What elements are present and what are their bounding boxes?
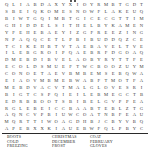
grid-cell-r8c5[interactable]: G — [31, 50, 38, 57]
grid-cell-r1c5[interactable]: B — [31, 2, 38, 9]
grid-cell-r15c17[interactable]: P — [117, 99, 124, 106]
grid-cell-r8c8[interactable]: I — [53, 50, 60, 57]
grid-cell-r7c17[interactable]: L — [117, 43, 124, 50]
grid-cell-r3c3[interactable]: W — [17, 16, 24, 23]
grid-cell-r10c7[interactable]: M — [46, 64, 53, 71]
grid-cell-r17c10[interactable]: W — [67, 112, 74, 119]
grid-cell-r10c2[interactable]: C — [10, 64, 17, 71]
grid-cell-r11c8[interactable]: E — [53, 71, 60, 78]
grid-cell-r5c3[interactable]: E — [17, 30, 24, 37]
grid-cell-r15c7[interactable]: O — [46, 99, 53, 106]
grid-cell-r8c13[interactable]: B — [88, 50, 95, 57]
grid-cell-r12c10[interactable]: B — [67, 78, 74, 85]
grid-cell-r19c3[interactable]: E — [17, 126, 24, 133]
grid-cell-r5c6[interactable]: B — [38, 30, 45, 37]
grid-cell-r18c5[interactable]: T — [31, 119, 38, 126]
grid-cell-r16c1[interactable]: R — [3, 105, 10, 112]
grid-cell-r12c3[interactable]: A — [17, 78, 24, 85]
grid-cell-r17c9[interactable]: U — [60, 112, 67, 119]
grid-cell-r18c9[interactable]: A — [60, 119, 67, 126]
grid-cell-r2c9[interactable]: E — [60, 9, 67, 16]
grid-cell-r8c10[interactable]: Q — [67, 50, 74, 57]
grid-cell-r3c12[interactable]: I — [81, 16, 88, 23]
grid-cell-r16c10[interactable]: B — [67, 105, 74, 112]
grid-cell-r13c4[interactable]: D — [24, 85, 31, 92]
grid-cell-r11c11[interactable]: M — [74, 71, 81, 78]
grid-cell-r17c11[interactable]: C — [74, 112, 81, 119]
grid-cell-r2c19[interactable]: U — [131, 9, 138, 16]
grid-cell-r16c7[interactable]: I — [46, 105, 53, 112]
grid-cell-r3c19[interactable]: I — [131, 16, 138, 23]
grid-cell-r15c9[interactable]: S — [60, 99, 67, 106]
grid-cell-r4c14[interactable]: B — [95, 23, 102, 30]
grid-cell-r12c8[interactable]: M — [53, 78, 60, 85]
grid-cell-r9c2[interactable]: M — [10, 57, 17, 64]
grid-cell-r17c14[interactable]: T — [95, 112, 102, 119]
grid-cell-r4c19[interactable]: E — [131, 23, 138, 30]
grid-cell-r18c14[interactable]: J — [95, 119, 102, 126]
grid-cell-r12c1[interactable]: E — [3, 78, 10, 85]
grid-cell-r1c8[interactable]: X — [53, 2, 60, 9]
grid-cell-r5c13[interactable]: F — [88, 30, 95, 37]
grid-cell-r7c3[interactable]: I — [17, 43, 24, 50]
grid-cell-r9c5[interactable]: D — [31, 57, 38, 64]
grid-cell-r17c7[interactable]: B — [46, 112, 53, 119]
grid-cell-r1c9[interactable]: Y — [60, 2, 67, 9]
grid-cell-r12c13[interactable]: B — [88, 78, 95, 85]
grid-cell-r2c7[interactable]: O — [46, 9, 53, 16]
grid-cell-r9c12[interactable]: O — [81, 57, 88, 64]
grid-cell-r3c4[interactable]: T — [24, 16, 31, 23]
grid-cell-r19c5[interactable]: X — [31, 126, 38, 133]
grid-cell-r3c2[interactable]: I — [10, 16, 17, 23]
grid-cell-r18c13[interactable]: B — [88, 119, 95, 126]
grid-cell-r8c15[interactable]: F — [102, 50, 109, 57]
grid-cell-r7c2[interactable]: C — [10, 43, 17, 50]
grid-cell-r5c16[interactable]: E — [109, 30, 116, 37]
grid-cell-r13c10[interactable]: M — [67, 85, 74, 92]
grid-cell-r16c16[interactable]: B — [109, 105, 116, 112]
grid-cell-r11c18[interactable]: Q — [124, 71, 131, 78]
grid-cell-r6c18[interactable]: Z — [124, 36, 131, 43]
grid-cell-r2c4[interactable]: I — [24, 9, 31, 16]
grid-cell-r6c7[interactable]: E — [46, 36, 53, 43]
grid-cell-r5c18[interactable]: I — [124, 30, 131, 37]
grid-cell-r6c17[interactable]: Q — [117, 36, 124, 43]
grid-cell-r2c10[interactable]: S — [67, 9, 74, 16]
grid-cell-r9c7[interactable]: B — [46, 57, 53, 64]
grid-cell-r9c3[interactable]: E — [17, 57, 24, 64]
grid-cell-r12c15[interactable]: T — [102, 78, 109, 85]
grid-cell-r6c1[interactable]: N — [3, 36, 10, 43]
grid-cell-r12c20[interactable]: A — [138, 78, 145, 85]
grid-cell-r16c14[interactable]: T — [95, 105, 102, 112]
grid-cell-r19c9[interactable]: A — [60, 126, 67, 133]
grid-cell-r12c16[interactable]: M — [109, 78, 116, 85]
grid-cell-r16c6[interactable]: E — [38, 105, 45, 112]
grid-cell-r12c9[interactable]: E — [60, 78, 67, 85]
grid-cell-r12c2[interactable]: I — [10, 78, 17, 85]
grid-cell-r17c4[interactable]: C — [24, 112, 31, 119]
grid-cell-r9c1[interactable]: D — [3, 57, 10, 64]
grid-cell-r19c11[interactable]: E — [74, 126, 81, 133]
grid-cell-r19c8[interactable]: I — [53, 126, 60, 133]
grid-cell-r3c7[interactable]: I — [46, 16, 53, 23]
grid-cell-r9c18[interactable]: T — [124, 57, 131, 64]
grid-cell-r3c13[interactable]: C — [88, 16, 95, 23]
grid-cell-r14c6[interactable]: S — [38, 92, 45, 99]
grid-cell-r12c12[interactable]: A — [81, 78, 88, 85]
grid-cell-r1c16[interactable]: B — [109, 2, 116, 9]
grid-cell-r12c6[interactable]: M — [38, 78, 45, 85]
grid-cell-r9c13[interactable]: B — [88, 57, 95, 64]
grid-cell-r19c15[interactable]: Q — [102, 126, 109, 133]
grid-cell-r7c13[interactable]: B — [88, 43, 95, 50]
grid-cell-r14c19[interactable]: T — [131, 92, 138, 99]
grid-cell-r4c20[interactable]: N — [138, 23, 145, 30]
grid-cell-r14c18[interactable]: C — [124, 92, 131, 99]
grid-cell-r13c20[interactable]: I — [138, 85, 145, 92]
grid-cell-r3c15[interactable]: C — [102, 16, 109, 23]
grid-cell-r7c6[interactable]: H — [38, 43, 45, 50]
grid-cell-r19c19[interactable]: Y — [131, 126, 138, 133]
grid-cell-r14c13[interactable]: E — [88, 92, 95, 99]
grid-cell-r14c9[interactable]: I — [60, 92, 67, 99]
grid-cell-r18c15[interactable]: C — [102, 119, 109, 126]
grid-cell-r18c20[interactable]: Q — [138, 119, 145, 126]
grid-cell-r11c1[interactable]: C — [3, 71, 10, 78]
grid-cell-r1c12[interactable]: O — [81, 2, 88, 9]
grid-cell-r5c15[interactable]: E — [102, 30, 109, 37]
grid-cell-r5c12[interactable]: G — [81, 30, 88, 37]
grid-cell-r7c14[interactable]: A — [95, 43, 102, 50]
grid-cell-r15c10[interactable]: B — [67, 99, 74, 106]
grid-cell-r13c11[interactable]: A — [74, 85, 81, 92]
grid-cell-r6c19[interactable]: C — [131, 36, 138, 43]
grid-cell-r1c6[interactable]: D — [38, 2, 45, 9]
grid-cell-r13c7[interactable]: C — [46, 85, 53, 92]
grid-cell-r3c6[interactable]: Q — [38, 16, 45, 23]
grid-cell-r7c18[interactable]: T — [124, 43, 131, 50]
grid-cell-r19c16[interactable]: L — [109, 126, 116, 133]
grid-cell-r3c1[interactable]: B — [3, 16, 10, 23]
grid-cell-r8c12[interactable]: E — [81, 50, 88, 57]
grid-cell-r8c20[interactable]: Q — [138, 50, 145, 57]
grid-cell-r10c18[interactable]: U — [124, 64, 131, 71]
grid-cell-r4c18[interactable]: M — [124, 23, 131, 30]
grid-cell-r12c19[interactable]: F — [131, 78, 138, 85]
grid-cell-r17c15[interactable]: N — [102, 112, 109, 119]
grid-cell-r10c17[interactable]: Z — [117, 64, 124, 71]
grid-cell-r16c4[interactable]: E — [24, 105, 31, 112]
grid-cell-r3c14[interactable]: E — [95, 16, 102, 23]
grid-cell-r19c12[interactable]: B — [81, 126, 88, 133]
grid-cell-r18c10[interactable]: G — [67, 119, 74, 126]
grid-cell-r13c18[interactable]: S — [124, 85, 131, 92]
grid-cell-r6c12[interactable]: I — [81, 36, 88, 43]
grid-cell-r11c19[interactable]: W — [131, 71, 138, 78]
grid-cell-r1c15[interactable]: M — [102, 2, 109, 9]
grid-cell-r8c1[interactable]: I — [3, 50, 10, 57]
grid-cell-r6c9[interactable]: L — [60, 36, 67, 43]
grid-cell-r5c19[interactable]: N — [131, 30, 138, 37]
grid-cell-r4c4[interactable]: D — [24, 23, 31, 30]
grid-cell-r12c7[interactable]: B — [46, 78, 53, 85]
grid-cell-r8c9[interactable]: P — [60, 50, 67, 57]
grid-cell-r6c15[interactable]: D — [102, 36, 109, 43]
grid-cell-r18c4[interactable]: T — [24, 119, 31, 126]
grid-cell-r7c15[interactable]: V — [102, 43, 109, 50]
grid-cell-r11c14[interactable]: M — [95, 71, 102, 78]
grid-cell-r3c10[interactable]: T — [67, 16, 74, 23]
grid-cell-r10c11[interactable]: T — [74, 64, 81, 71]
grid-cell-r16c5[interactable]: B — [31, 105, 38, 112]
grid-cell-r4c2[interactable]: H — [10, 23, 17, 30]
grid-cell-r8c6[interactable]: R — [38, 50, 45, 57]
grid-cell-r5c11[interactable]: Z — [74, 30, 81, 37]
grid-cell-r17c3[interactable]: N — [17, 112, 24, 119]
grid-cell-r9c20[interactable]: E — [138, 57, 145, 64]
grid-cell-r12c18[interactable]: T — [124, 78, 131, 85]
grid-cell-r14c17[interactable]: G — [117, 92, 124, 99]
grid-cell-r2c17[interactable]: K — [117, 9, 124, 16]
grid-cell-r10c4[interactable]: L — [24, 64, 31, 71]
grid-cell-r18c7[interactable]: W — [46, 119, 53, 126]
grid-cell-r14c10[interactable]: E — [67, 92, 74, 99]
grid-cell-r19c17[interactable]: P — [117, 126, 124, 133]
grid-cell-r14c15[interactable]: M — [102, 92, 109, 99]
grid-cell-r6c13[interactable]: B — [88, 36, 95, 43]
grid-cell-r6c11[interactable]: B — [74, 36, 81, 43]
grid-cell-r9c9[interactable]: E — [60, 57, 67, 64]
grid-cell-r12c11[interactable]: W — [74, 78, 81, 85]
grid-cell-r11c6[interactable]: T — [38, 71, 45, 78]
grid-cell-r15c16[interactable]: V — [109, 99, 116, 106]
grid-cell-r1c14[interactable]: R — [95, 2, 102, 9]
grid-cell-r8c4[interactable]: B — [24, 50, 31, 57]
grid-cell-r6c10[interactable]: P — [67, 36, 74, 43]
grid-cell-r10c1[interactable]: E — [3, 64, 10, 71]
grid-cell-r11c17[interactable]: B — [117, 71, 124, 78]
grid-cell-r9c4[interactable]: B — [24, 57, 31, 64]
grid-cell-r9c10[interactable]: L — [67, 57, 74, 64]
grid-cell-r4c6[interactable]: E — [38, 23, 45, 30]
grid-cell-r4c5[interactable]: D — [31, 23, 38, 30]
grid-cell-r13c12[interactable]: L — [81, 85, 88, 92]
grid-cell-r7c9[interactable]: V — [60, 43, 67, 50]
grid-cell-r9c8[interactable]: V — [53, 57, 60, 64]
grid-cell-r5c8[interactable]: E — [53, 30, 60, 37]
grid-cell-r6c2[interactable]: P — [10, 36, 17, 43]
grid-cell-r6c20[interactable]: E — [138, 36, 145, 43]
grid-cell-r18c2[interactable]: Q — [10, 119, 17, 126]
grid-cell-r3c20[interactable]: M — [138, 16, 145, 23]
grid-cell-r4c1[interactable]: G — [3, 23, 10, 30]
grid-cell-r13c19[interactable]: R — [131, 85, 138, 92]
grid-cell-r1c11[interactable]: I — [74, 2, 81, 9]
grid-cell-r14c3[interactable]: G — [17, 92, 24, 99]
grid-cell-r11c20[interactable]: A — [138, 71, 145, 78]
grid-cell-r18c1[interactable]: M — [3, 119, 10, 126]
grid-cell-r19c6[interactable]: X — [38, 126, 45, 133]
grid-cell-r5c4[interactable]: H — [24, 30, 31, 37]
grid-cell-r10c13[interactable]: C — [88, 64, 95, 71]
grid-cell-r7c12[interactable]: E — [81, 43, 88, 50]
grid-cell-r15c3[interactable]: R — [17, 99, 24, 106]
grid-cell-r18c8[interactable]: O — [53, 119, 60, 126]
grid-cell-r7c8[interactable]: T — [53, 43, 60, 50]
grid-cell-r19c4[interactable]: B — [24, 126, 31, 133]
grid-cell-r2c2[interactable]: B — [10, 9, 17, 16]
grid-cell-r15c11[interactable]: I — [74, 99, 81, 106]
grid-cell-r15c1[interactable]: E — [3, 99, 10, 106]
grid-cell-r13c15[interactable]: O — [102, 85, 109, 92]
grid-cell-r10c15[interactable]: O — [102, 64, 109, 71]
grid-cell-r9c17[interactable]: T — [117, 57, 124, 64]
grid-cell-r2c3[interactable]: E — [17, 9, 24, 16]
grid-cell-r7c4[interactable]: K — [24, 43, 31, 50]
grid-cell-r7c20[interactable]: E — [138, 43, 145, 50]
grid-cell-r14c2[interactable]: I — [10, 92, 17, 99]
grid-cell-r9c15[interactable]: R — [102, 57, 109, 64]
grid-cell-r7c5[interactable]: E — [31, 43, 38, 50]
grid-cell-r10c19[interactable]: Y — [131, 64, 138, 71]
grid-cell-r16c17[interactable]: L — [117, 105, 124, 112]
grid-cell-r11c15[interactable]: S — [102, 71, 109, 78]
grid-cell-r3c5[interactable]: G — [31, 16, 38, 23]
grid-cell-r8c14[interactable]: R — [95, 50, 102, 57]
grid-cell-r13c2[interactable]: E — [10, 85, 17, 92]
grid-cell-r1c18[interactable]: G — [124, 2, 131, 9]
grid-cell-r15c20[interactable]: A — [138, 99, 145, 106]
grid-cell-r16c13[interactable]: B — [88, 105, 95, 112]
grid-cell-r16c12[interactable]: A — [81, 105, 88, 112]
grid-cell-r18c11[interactable]: D — [74, 119, 81, 126]
grid-cell-r13c8[interactable]: V — [53, 85, 60, 92]
grid-cell-r17c16[interactable]: B — [109, 112, 116, 119]
grid-cell-r15c13[interactable]: E — [88, 99, 95, 106]
grid-cell-r6c14[interactable]: U — [95, 36, 102, 43]
grid-cell-r17c17[interactable]: F — [117, 112, 124, 119]
grid-cell-r19c2[interactable]: P — [10, 126, 17, 133]
grid-cell-r8c7[interactable]: O — [46, 50, 53, 57]
grid-cell-r14c16[interactable]: E — [109, 92, 116, 99]
grid-cell-r16c2[interactable]: G — [10, 105, 17, 112]
grid-cell-r3c18[interactable]: T — [124, 16, 131, 23]
grid-cell-r10c5[interactable]: D — [31, 64, 38, 71]
grid-cell-r9c6[interactable]: I — [38, 57, 45, 64]
grid-cell-r11c16[interactable]: E — [109, 71, 116, 78]
grid-cell-r15c18[interactable]: P — [124, 99, 131, 106]
grid-cell-r4c17[interactable]: A — [117, 23, 124, 30]
grid-cell-r5c10[interactable]: I — [67, 30, 74, 37]
grid-cell-r2c11[interactable]: N — [74, 9, 81, 16]
grid-cell-r15c8[interactable]: T — [53, 99, 60, 106]
grid-cell-r12c14[interactable]: F — [95, 78, 102, 85]
grid-cell-r6c16[interactable]: D — [109, 36, 116, 43]
grid-cell-r8c2[interactable]: L — [10, 50, 17, 57]
grid-cell-r12c4[interactable]: O — [24, 78, 31, 85]
grid-cell-r13c5[interactable]: V — [31, 85, 38, 92]
grid-cell-r10c16[interactable]: O — [109, 64, 116, 71]
grid-cell-r15c12[interactable]: B — [81, 99, 88, 106]
grid-cell-r4c10[interactable]: T — [67, 23, 74, 30]
grid-cell-r19c20[interactable]: C — [138, 126, 145, 133]
grid-cell-r5c7[interactable]: A — [46, 30, 53, 37]
grid-cell-r4c13[interactable]: L — [88, 23, 95, 30]
grid-cell-r10c6[interactable]: S — [38, 64, 45, 71]
grid-cell-r3c9[interactable]: B — [60, 16, 67, 23]
grid-cell-r14c20[interactable]: B — [138, 92, 145, 99]
grid-cell-r8c18[interactable]: O — [124, 50, 131, 57]
grid-cell-r16c20[interactable]: G — [138, 105, 145, 112]
grid-cell-r2c5[interactable]: Q — [31, 9, 38, 16]
grid-cell-r13c9[interactable]: T — [60, 85, 67, 92]
grid-cell-r2c1[interactable]: S — [3, 9, 10, 16]
grid-cell-r15c19[interactable]: E — [131, 99, 138, 106]
grid-cell-r15c5[interactable]: B — [31, 99, 38, 106]
grid-cell-r19c14[interactable]: F — [95, 126, 102, 133]
grid-cell-r8c16[interactable]: D — [109, 50, 116, 57]
grid-cell-r13c17[interactable]: E — [117, 85, 124, 92]
grid-cell-r15c2[interactable]: D — [10, 99, 17, 106]
grid-cell-r14c1[interactable]: B — [3, 92, 10, 99]
grid-cell-r16c11[interactable]: A — [74, 105, 81, 112]
grid-cell-r4c15[interactable]: Y — [102, 23, 109, 30]
grid-cell-r10c9[interactable]: E — [60, 64, 67, 71]
grid-cell-r6c4[interactable]: Q — [24, 36, 31, 43]
grid-cell-r5c5[interactable]: E — [31, 30, 38, 37]
grid-cell-r13c3[interactable]: B — [17, 85, 24, 92]
grid-cell-r7c11[interactable]: A — [74, 43, 81, 50]
grid-cell-r7c7[interactable]: B — [46, 43, 53, 50]
grid-cell-r7c19[interactable]: V — [131, 43, 138, 50]
grid-cell-r10c3[interactable]: O — [17, 64, 24, 71]
grid-cell-r2c20[interactable]: Q — [138, 9, 145, 16]
grid-cell-r2c8[interactable]: M — [53, 9, 60, 16]
grid-cell-r8c3[interactable]: E — [17, 50, 24, 57]
grid-cell-r17c8[interactable]: I — [53, 112, 60, 119]
grid-cell-r17c13[interactable]: A — [88, 112, 95, 119]
grid-cell-r11c13[interactable]: E — [88, 71, 95, 78]
grid-cell-r14c12[interactable]: L — [81, 92, 88, 99]
grid-cell-r9c19[interactable]: F — [131, 57, 138, 64]
grid-cell-r2c15[interactable]: L — [102, 9, 109, 16]
grid-cell-r4c9[interactable]: I — [60, 23, 67, 30]
grid-cell-r14c7[interactable]: P — [46, 92, 53, 99]
grid-cell-r18c18[interactable]: V — [124, 119, 131, 126]
grid-cell-r18c16[interactable]: B — [109, 119, 116, 126]
grid-cell-r7c16[interactable]: E — [109, 43, 116, 50]
grid-cell-r17c1[interactable]: A — [3, 112, 10, 119]
grid-cell-r16c18[interactable]: Z — [124, 105, 131, 112]
grid-cell-r15c15[interactable]: G — [102, 99, 109, 106]
grid-cell-r2c13[interactable]: W — [88, 9, 95, 16]
grid-cell-r17c12[interactable]: O — [81, 112, 88, 119]
grid-cell-r4c8[interactable]: S — [53, 23, 60, 30]
grid-cell-r15c14[interactable]: L — [95, 99, 102, 106]
grid-cell-r15c4[interactable]: B — [24, 99, 31, 106]
grid-cell-r10c20[interactable]: M — [138, 64, 145, 71]
grid-cell-r5c14[interactable]: R — [95, 30, 102, 37]
grid-cell-r7c1[interactable]: T — [3, 43, 10, 50]
grid-cell-r2c12[interactable]: O — [81, 9, 88, 16]
grid-cell-r8c19[interactable]: A — [131, 50, 138, 57]
grid-cell-r3c17[interactable]: T — [117, 16, 124, 23]
grid-cell-r19c18[interactable]: B — [124, 126, 131, 133]
grid-cell-r17c20[interactable]: U — [138, 112, 145, 119]
grid-cell-r1c17[interactable]: T — [117, 2, 124, 9]
